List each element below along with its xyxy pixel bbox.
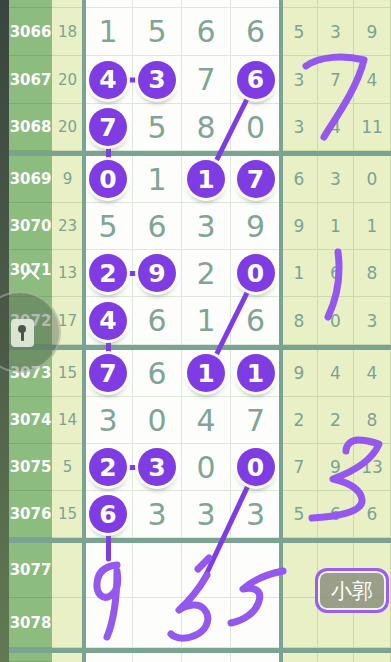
sum-count-cell: [52, 598, 84, 648]
digit-cell: [133, 653, 182, 662]
sum-count-cell: [52, 543, 84, 598]
stat-cell: [318, 0, 354, 8]
stat-cell: 9: [354, 8, 391, 56]
stat-cell: 8: [354, 397, 391, 444]
digit-cell[interactable]: 7: [182, 56, 231, 104]
stat-cell: 6: [354, 491, 391, 538]
digit-cell[interactable]: 4: [182, 397, 231, 444]
table-row: 3076156333566: [9, 491, 391, 538]
issue-cell: 3069: [9, 156, 52, 203]
table-row: 3073157611944: [9, 350, 391, 397]
digit-cell: [182, 653, 231, 662]
digit: 5: [147, 110, 166, 145]
digit-cell[interactable]: [133, 543, 182, 598]
digit-cell[interactable]: 0: [231, 104, 281, 151]
issue-number: 3067: [10, 71, 52, 89]
stat-cell: 1: [318, 203, 354, 250]
sum-count: 15: [58, 364, 77, 382]
sum-count: 9: [63, 170, 73, 188]
circled-winning-digit: 3: [138, 448, 176, 486]
stat-cell: 8: [354, 250, 391, 297]
stat-cell: 6: [318, 491, 354, 538]
sum-count: 14: [58, 411, 77, 429]
digit-cell[interactable]: 1: [182, 350, 231, 397]
sum-count-cell: 9: [52, 156, 84, 203]
stat-value: 0: [367, 169, 378, 189]
stat-cell: 13: [354, 444, 391, 491]
stat-cell: 5: [281, 8, 318, 56]
stat-cell: 9: [318, 444, 354, 491]
stat-cell: [281, 0, 318, 8]
stat-cell: [354, 0, 391, 8]
stat-value: 5: [294, 504, 305, 524]
stat-value: 0: [330, 311, 341, 331]
sum-count-cell: [52, 0, 84, 8]
stat-cell: 0: [318, 297, 354, 345]
digit-cell[interactable]: 6: [231, 297, 281, 345]
stat-value: 6: [294, 169, 305, 189]
circled-winning-digit: 2: [89, 254, 127, 292]
sum-count-cell: [52, 653, 84, 662]
stat-cell: 8: [281, 297, 318, 345]
circled-winning-digit: 9: [138, 254, 176, 292]
issue-number: 3069: [10, 170, 52, 188]
circled-winning-digit: 4: [89, 61, 127, 99]
stat-cell: 3: [354, 297, 391, 345]
digit: 3: [98, 403, 117, 438]
digit-cell[interactable]: 0: [182, 444, 231, 491]
stat-value: 6: [330, 263, 341, 283]
circled-winning-digit: 6: [237, 61, 275, 99]
issue-cell: 3074: [9, 397, 52, 444]
issue-number: 3077: [10, 561, 52, 579]
issue-cell: 3066: [9, 8, 52, 56]
digit: 0: [246, 110, 265, 145]
digit: 6: [147, 303, 166, 338]
stat-cell: [354, 653, 391, 662]
stat-cell: [281, 598, 318, 648]
stat-value: 11: [361, 117, 383, 137]
circled-winning-digit: 7: [89, 354, 127, 392]
issue-cell: 3078: [9, 598, 52, 648]
stat-cell: 7: [318, 56, 354, 104]
stat-cell: 4: [354, 56, 391, 104]
digit-cell[interactable]: [182, 598, 231, 648]
stat-cell: [281, 543, 318, 598]
thick-vertical-border-left: [82, 0, 86, 662]
digit: 6: [246, 14, 265, 49]
digit-cell[interactable]: 4: [84, 56, 133, 104]
digit-cell[interactable]: 1: [133, 156, 182, 203]
table-row: 306990117630: [9, 156, 391, 203]
circled-winning-digit: 1: [237, 354, 275, 392]
stat-cell: 2: [281, 397, 318, 444]
digit: 1: [196, 303, 215, 338]
digit: 2: [196, 256, 215, 291]
stat-value: 3: [330, 169, 341, 189]
digit-cell[interactable]: 9: [231, 203, 281, 250]
stat-cell: 4: [354, 350, 391, 397]
sum-count: 20: [58, 118, 77, 136]
stat-value: 2: [294, 410, 305, 430]
digit: 6: [147, 209, 166, 244]
digit-cell[interactable]: 6: [231, 8, 281, 56]
issue-number: 3074: [10, 411, 52, 429]
digit-cell[interactable]: [182, 543, 231, 598]
stat-cell: 3: [318, 8, 354, 56]
digit-cell[interactable]: 0: [133, 397, 182, 444]
stat-value: 3: [367, 311, 378, 331]
table-row: 3067204376374: [9, 56, 391, 104]
digit: 5: [147, 14, 166, 49]
digit-cell[interactable]: 0: [84, 156, 133, 203]
digit: 8: [196, 110, 215, 145]
circled-winning-digit: 4: [89, 302, 127, 340]
digit-cell[interactable]: 6: [231, 56, 281, 104]
stat-cell: 3: [281, 104, 318, 151]
sum-count: 13: [58, 264, 77, 282]
stat-value: 9: [367, 22, 378, 42]
issue-cell: [9, 653, 52, 662]
digit: 6: [196, 14, 215, 49]
trend-grid: 3066181566539306720437637430682075803411…: [9, 0, 391, 662]
stat-value: 3: [294, 70, 305, 90]
stat-value: 4: [330, 363, 341, 383]
digit-cell[interactable]: 5: [84, 203, 133, 250]
digit: 1: [147, 162, 166, 197]
digit-cell[interactable]: 5: [133, 8, 182, 56]
digit-cell[interactable]: 1: [84, 8, 133, 56]
digit-cell[interactable]: 7: [84, 104, 133, 151]
digit-cell[interactable]: 3: [231, 491, 281, 538]
digit-cell[interactable]: [231, 543, 281, 598]
sum-count: 15: [58, 505, 77, 523]
issue-number: 3070: [10, 217, 52, 235]
stat-cell: 5: [281, 491, 318, 538]
table-row: 30682075803411: [9, 104, 391, 151]
digit-cell[interactable]: 8: [182, 104, 231, 151]
digit: 3: [196, 497, 215, 532]
digit-cell[interactable]: 1: [182, 297, 231, 345]
digit-cell[interactable]: 3: [133, 444, 182, 491]
sum-count-cell: 23: [52, 203, 84, 250]
stat-value: 6: [367, 504, 378, 524]
issue-number: 3075: [10, 458, 52, 476]
digit-cell[interactable]: 1: [182, 156, 231, 203]
circled-winning-digit: 6: [89, 495, 127, 533]
digit: 7: [196, 62, 215, 97]
digit-cell: [231, 0, 281, 8]
stat-value: 1: [294, 263, 305, 283]
lock-icon: [11, 319, 34, 347]
table-row: 3075523007913: [9, 444, 391, 491]
digit: 0: [147, 403, 166, 438]
stat-value: 3: [294, 117, 305, 137]
lottery-trend-chart-screen: 3066181566539306720437637430682075803411…: [0, 0, 391, 662]
table-row: 3066181566539: [9, 8, 391, 56]
digit-cell: [133, 0, 182, 8]
stat-value: 6: [330, 504, 341, 524]
digit: 3: [147, 497, 166, 532]
digit-cell[interactable]: 1: [231, 350, 281, 397]
circled-winning-digit: 2: [89, 448, 127, 486]
digit-cell: [84, 0, 133, 8]
stat-value: 1: [367, 216, 378, 236]
lock-keyhole-stem: [21, 331, 24, 341]
issue-number: 3066: [10, 23, 52, 41]
table-row: 3071132920168: [9, 250, 391, 297]
issue-number: 3068: [10, 118, 52, 136]
stat-value: 2: [330, 410, 341, 430]
digit-cell[interactable]: 6: [84, 491, 133, 538]
issue-cell: 3070: [9, 203, 52, 250]
stat-cell: 4: [318, 350, 354, 397]
stat-cell: 7: [281, 444, 318, 491]
digit-cell[interactable]: 3: [84, 397, 133, 444]
digit-cell[interactable]: 2: [84, 444, 133, 491]
circled-winning-digit: 1: [187, 160, 225, 198]
sum-count-cell: 20: [52, 56, 84, 104]
digit-cell[interactable]: 4: [84, 297, 133, 345]
issue-cell: [9, 0, 52, 8]
stat-value: 9: [294, 216, 305, 236]
stat-cell: 0: [354, 156, 391, 203]
stat-cell: 6: [318, 250, 354, 297]
table-row: 3072174616803: [9, 297, 391, 345]
digit-cell[interactable]: 0: [231, 250, 281, 297]
sum-count: 17: [58, 312, 77, 330]
stat-cell: 1: [354, 203, 391, 250]
issue-cell: 3075: [9, 444, 52, 491]
stat-value: 8: [294, 311, 305, 331]
digit-cell[interactable]: [133, 598, 182, 648]
circled-winning-digit: 0: [237, 448, 275, 486]
stat-value: 7: [294, 457, 305, 477]
sum-count-cell: 18: [52, 8, 84, 56]
digit-cell[interactable]: 9: [133, 250, 182, 297]
stat-value: 9: [294, 363, 305, 383]
stat-value: 4: [367, 363, 378, 383]
sum-count-cell: 15: [52, 491, 84, 538]
issue-cell: 3077: [9, 543, 52, 598]
sum-count: 20: [58, 71, 77, 89]
stat-cell: 1: [281, 250, 318, 297]
stat-value: 4: [330, 117, 341, 137]
digit-cell[interactable]: 5: [133, 104, 182, 151]
circled-winning-digit: 1: [187, 354, 225, 392]
circled-winning-digit: 0: [237, 254, 275, 292]
digit: 6: [246, 303, 265, 338]
digit-cell[interactable]: 2: [182, 250, 231, 297]
stat-cell: 9: [281, 350, 318, 397]
digit: 1: [98, 14, 117, 49]
digit-cell: [84, 653, 133, 662]
stat-cell: 9: [281, 203, 318, 250]
sum-count: 5: [63, 458, 73, 476]
circled-winning-digit: 3: [138, 61, 176, 99]
issue-cell: 3067: [9, 56, 52, 104]
sum-count-cell: 5: [52, 444, 84, 491]
stat-value: 1: [330, 216, 341, 236]
sum-count-cell: 20: [52, 104, 84, 151]
stat-value: 4: [367, 70, 378, 90]
stat-value: 13: [361, 457, 383, 477]
stat-cell: 2: [318, 397, 354, 444]
digit: 3: [196, 209, 215, 244]
digit: 7: [246, 403, 265, 438]
stat-value: 8: [367, 410, 378, 430]
signature-label: 小郭: [331, 577, 373, 605]
circled-winning-digit: 0: [89, 160, 127, 198]
stat-value: 9: [330, 457, 341, 477]
stat-value: 8: [367, 263, 378, 283]
issue-number: 3076: [10, 505, 52, 523]
stat-cell: [318, 653, 354, 662]
circled-winning-digit: 7: [89, 108, 127, 146]
sum-count-cell: 14: [52, 397, 84, 444]
partial-row: [9, 653, 391, 662]
issue-cell: 3076: [9, 491, 52, 538]
digit-cell[interactable]: 2: [84, 250, 133, 297]
digit: 5: [98, 209, 117, 244]
stat-cell: [281, 653, 318, 662]
digit-cell[interactable]: 3: [182, 491, 231, 538]
issue-number: 3078: [10, 614, 52, 632]
digit-cell[interactable]: 7: [231, 397, 281, 444]
thick-vertical-border-right: [279, 0, 283, 662]
digit-cell[interactable]: 7: [84, 350, 133, 397]
stat-cell: 3: [318, 156, 354, 203]
digit-cell[interactable]: 6: [133, 203, 182, 250]
digit-cell[interactable]: [84, 543, 133, 598]
digit-cell: [182, 0, 231, 8]
digit: 6: [147, 356, 166, 391]
stat-value: 5: [294, 22, 305, 42]
digit-cell[interactable]: 7: [231, 156, 281, 203]
table-row: 3074143047228: [9, 397, 391, 444]
issue-cell: 3071: [9, 250, 52, 297]
digit: 9: [246, 209, 265, 244]
digit: 4: [196, 403, 215, 438]
stat-cell: 4: [318, 104, 354, 151]
digit-cell[interactable]: 0: [231, 444, 281, 491]
sum-count-cell: 15: [52, 350, 84, 397]
digit: 3: [246, 497, 265, 532]
digit-cell[interactable]: 3: [182, 203, 231, 250]
digit-cell[interactable]: 6: [182, 8, 231, 56]
sum-count: 18: [58, 23, 77, 41]
digit-cell[interactable]: [84, 598, 133, 648]
stat-cell: 11: [354, 104, 391, 151]
issue-cell: 3068: [9, 104, 52, 151]
digit-cell: [231, 653, 281, 662]
stat-cell: 3: [281, 56, 318, 104]
stat-value: 7: [330, 70, 341, 90]
digit-cell[interactable]: [231, 598, 281, 648]
digit-cell[interactable]: 6: [133, 350, 182, 397]
digit-cell[interactable]: 3: [133, 56, 182, 104]
stat-cell: 6: [281, 156, 318, 203]
sum-count-cell: 13: [52, 250, 84, 297]
partial-row: [9, 0, 391, 8]
stat-value: 3: [330, 22, 341, 42]
digit: 0: [196, 450, 215, 485]
digit-cell[interactable]: 6: [133, 297, 182, 345]
digit-cell[interactable]: 3: [133, 491, 182, 538]
signature-button[interactable]: 小郭: [315, 568, 389, 613]
sum-count: 23: [58, 217, 77, 235]
table-row: 3070235639911: [9, 203, 391, 250]
circled-winning-digit: 7: [237, 160, 275, 198]
